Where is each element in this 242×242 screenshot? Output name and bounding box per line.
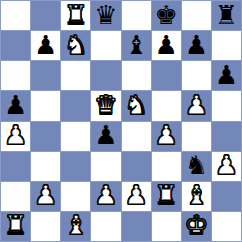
square-g7[interactable]: ♟ <box>182 31 211 60</box>
square-b1[interactable] <box>31 212 60 241</box>
square-f3[interactable] <box>152 152 181 181</box>
square-b7[interactable]: ♟ <box>31 31 60 60</box>
black-pawn[interactable]: ♟ <box>155 32 178 58</box>
square-b8[interactable] <box>31 1 60 30</box>
square-d2[interactable]: ♟ <box>91 182 120 211</box>
white-queen[interactable]: ♛ <box>94 92 117 118</box>
square-c6[interactable] <box>61 61 90 90</box>
square-h7[interactable] <box>212 31 241 60</box>
square-d7[interactable] <box>91 31 120 60</box>
square-a1[interactable]: ♜ <box>1 212 30 241</box>
black-pawn[interactable]: ♟ <box>34 32 57 58</box>
square-a7[interactable] <box>1 31 30 60</box>
square-d6[interactable] <box>91 61 120 90</box>
square-g6[interactable] <box>182 61 211 90</box>
black-rook[interactable]: ♜ <box>215 2 238 28</box>
white-pawn[interactable]: ♟ <box>34 182 57 208</box>
square-f1[interactable] <box>152 212 181 241</box>
square-e7[interactable]: ♝ <box>122 31 151 60</box>
square-b4[interactable] <box>31 122 60 151</box>
square-c2[interactable] <box>61 182 90 211</box>
square-g1[interactable]: ♚ <box>182 212 211 241</box>
white-rook[interactable]: ♜ <box>64 2 87 28</box>
square-b6[interactable] <box>31 61 60 90</box>
square-a5[interactable]: ♟ <box>1 91 30 120</box>
square-a3[interactable] <box>1 152 30 181</box>
square-d3[interactable] <box>91 152 120 181</box>
square-a8[interactable] <box>1 1 30 30</box>
black-queen[interactable]: ♛ <box>94 2 117 28</box>
square-c1[interactable]: ♝ <box>61 212 90 241</box>
black-pawn[interactable]: ♟ <box>94 122 117 148</box>
square-c5[interactable] <box>61 91 90 120</box>
square-d4[interactable]: ♟ <box>91 122 120 151</box>
square-d5[interactable]: ♛ <box>91 91 120 120</box>
square-d1[interactable] <box>91 212 120 241</box>
square-a4[interactable]: ♟ <box>1 122 30 151</box>
black-pawn[interactable]: ♟ <box>4 92 27 118</box>
square-h4[interactable] <box>212 122 241 151</box>
square-e5[interactable]: ♞ <box>122 91 151 120</box>
square-e6[interactable] <box>122 61 151 90</box>
white-pawn[interactable]: ♟ <box>124 182 147 208</box>
square-e2[interactable]: ♟ <box>122 182 151 211</box>
white-pawn[interactable]: ♟ <box>94 182 117 208</box>
white-pawn[interactable]: ♟ <box>155 122 178 148</box>
square-h6[interactable]: ♟ <box>212 61 241 90</box>
square-b5[interactable] <box>31 91 60 120</box>
square-c8[interactable]: ♜ <box>61 1 90 30</box>
square-c3[interactable] <box>61 152 90 181</box>
square-f8[interactable]: ♚ <box>152 1 181 30</box>
square-h1[interactable] <box>212 212 241 241</box>
square-e1[interactable] <box>122 212 151 241</box>
white-knight[interactable]: ♞ <box>124 92 147 118</box>
square-e4[interactable] <box>122 122 151 151</box>
square-h5[interactable] <box>212 91 241 120</box>
square-g4[interactable] <box>182 122 211 151</box>
square-g3[interactable]: ♞ <box>182 152 211 181</box>
square-c4[interactable] <box>61 122 90 151</box>
square-h3[interactable]: ♟ <box>212 152 241 181</box>
white-king[interactable]: ♚ <box>185 212 208 238</box>
square-f5[interactable] <box>152 91 181 120</box>
white-rook[interactable]: ♜ <box>4 212 27 238</box>
white-pawn[interactable]: ♟ <box>185 92 208 118</box>
white-pawn[interactable]: ♟ <box>4 122 27 148</box>
square-g5[interactable]: ♟ <box>182 91 211 120</box>
square-a6[interactable] <box>1 61 30 90</box>
square-c7[interactable]: ♞ <box>61 31 90 60</box>
black-knight[interactable]: ♞ <box>185 152 208 178</box>
square-g8[interactable] <box>182 1 211 30</box>
white-bishop[interactable]: ♝ <box>64 212 87 238</box>
square-f6[interactable] <box>152 61 181 90</box>
square-b2[interactable]: ♟ <box>31 182 60 211</box>
square-h8[interactable]: ♜ <box>212 1 241 30</box>
square-d8[interactable]: ♛ <box>91 1 120 30</box>
square-g2[interactable]: ♝ <box>182 182 211 211</box>
chess-board: ♜♛♚♜♟♞♝♟♟♟♟♛♞♟♟♟♟♞♟♟♟♟♜♝♜♝♚ <box>0 0 242 242</box>
square-h2[interactable] <box>212 182 241 211</box>
square-f7[interactable]: ♟ <box>152 31 181 60</box>
white-rook[interactable]: ♜ <box>155 182 178 208</box>
square-a2[interactable] <box>1 182 30 211</box>
white-knight[interactable]: ♞ <box>64 32 87 58</box>
square-f4[interactable]: ♟ <box>152 122 181 151</box>
black-bishop[interactable]: ♝ <box>124 32 147 58</box>
white-pawn[interactable]: ♟ <box>215 152 238 178</box>
square-e3[interactable] <box>122 152 151 181</box>
square-e8[interactable] <box>122 1 151 30</box>
black-king[interactable]: ♚ <box>155 2 178 28</box>
square-f2[interactable]: ♜ <box>152 182 181 211</box>
square-b3[interactable] <box>31 152 60 181</box>
black-pawn[interactable]: ♟ <box>215 62 238 88</box>
white-bishop[interactable]: ♝ <box>185 182 208 208</box>
black-pawn[interactable]: ♟ <box>185 32 208 58</box>
